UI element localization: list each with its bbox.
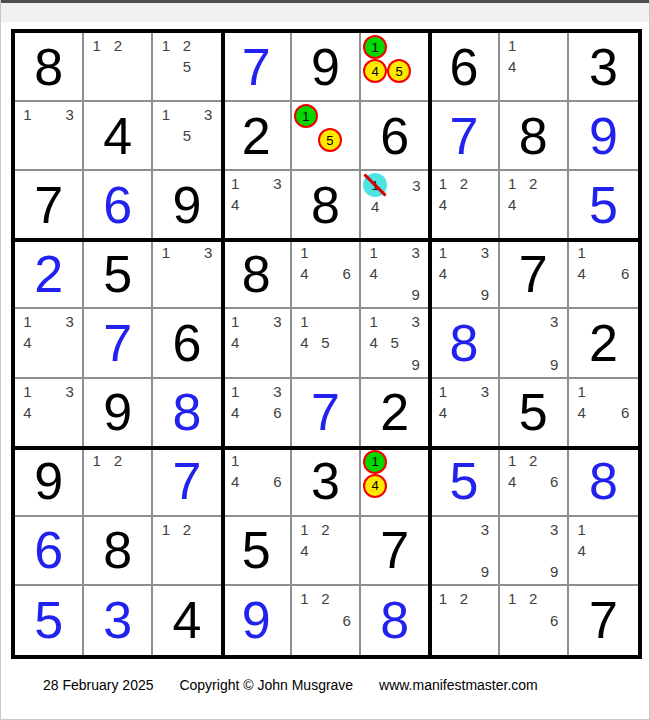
candidate-5: 5 <box>321 335 329 350</box>
candidate-4: 4 <box>439 197 447 212</box>
pencil-marks: 13459 <box>363 311 426 374</box>
solved-digit: 5 <box>34 594 63 646</box>
candidate-4: 4 <box>577 266 585 281</box>
candidate-1: 1 <box>93 453 101 468</box>
candidate-1: 1 <box>369 245 377 260</box>
sudoku-board: 8121257914561431341352156789769134813412… <box>11 29 642 659</box>
cell-r2c1[interactable]: 13 <box>15 102 84 171</box>
candidate-5: 5 <box>183 59 191 74</box>
candidate-1: 1 <box>300 522 308 537</box>
cell-r9c3[interactable]: 4 <box>153 586 222 655</box>
cell-r5c3[interactable]: 6 <box>153 309 222 378</box>
pencil-marks: 39 <box>502 519 565 582</box>
pencil-marks: 134 <box>225 311 288 374</box>
cell-r8c8[interactable]: 39 <box>500 517 569 586</box>
cell-r9c9[interactable]: 7 <box>569 586 638 655</box>
candidate-2: 2 <box>529 176 537 191</box>
candidate-9: 9 <box>550 564 558 579</box>
cell-r2c7[interactable]: 7 <box>430 102 499 171</box>
candidate-1: 1 <box>93 38 101 53</box>
pencil-marks: 15 <box>294 104 357 167</box>
cell-r5c1[interactable]: 134 <box>15 309 84 378</box>
candidate-3: 3 <box>273 314 281 329</box>
candidate-4: 4 <box>300 335 308 350</box>
candidate-3: 3 <box>550 522 558 537</box>
candidate-2: 2 <box>183 38 191 53</box>
given-digit: 6 <box>380 110 409 162</box>
cell-r7c3[interactable]: 7 <box>153 448 222 517</box>
cell-r1c1[interactable]: 8 <box>15 33 84 102</box>
candidate-4: 4 <box>23 405 31 420</box>
cell-r8c3[interactable]: 12 <box>153 517 222 586</box>
candidate-9: 9 <box>412 287 420 302</box>
cell-r6c8[interactable]: 5 <box>500 379 569 448</box>
candidate-2: 2 <box>460 176 468 191</box>
cell-r1c2[interactable]: 12 <box>84 33 153 102</box>
candidate-2: 2 <box>114 38 122 53</box>
solved-digit: 8 <box>173 386 202 438</box>
cell-r4c1[interactable]: 2 <box>15 240 84 309</box>
cell-r7c8[interactable]: 1246 <box>500 448 569 517</box>
elimination-slash-icon <box>363 174 386 197</box>
pencil-marks: 124 <box>502 173 565 236</box>
given-digit: 4 <box>103 110 132 162</box>
cell-r9c4[interactable]: 9 <box>223 586 292 655</box>
candidate-9: 9 <box>481 287 489 302</box>
given-digit: 8 <box>311 179 340 231</box>
cell-r8c5[interactable]: 124 <box>292 517 361 586</box>
cell-r6c9[interactable]: 146 <box>569 379 638 448</box>
solved-digit: 9 <box>589 110 618 162</box>
cell-r3c2[interactable]: 6 <box>84 171 153 240</box>
given-digit: 6 <box>173 317 202 369</box>
candidate-1: 1 <box>508 176 516 191</box>
cell-r9c7[interactable]: 12 <box>430 586 499 655</box>
pencil-marks: 13 <box>155 242 218 305</box>
given-digit: 3 <box>589 41 618 93</box>
solved-digit: 3 <box>103 594 132 646</box>
cell-r6c4[interactable]: 1346 <box>223 379 292 448</box>
candidate-1: 1 <box>577 384 585 399</box>
candidate-2: 2 <box>529 453 537 468</box>
cell-r6c5[interactable]: 7 <box>292 379 361 448</box>
candidate-9: 9 <box>412 357 420 372</box>
candidate-1: 1 <box>577 522 585 537</box>
candidate-4-yellow-circle[interactable]: 4 <box>363 59 387 83</box>
candidate-1-green-circle[interactable]: 1 <box>294 104 318 128</box>
candidate-6: 6 <box>273 405 281 420</box>
cell-r3c7[interactable]: 124 <box>430 171 499 240</box>
pencil-marks: 126 <box>294 588 357 653</box>
given-digit: 3 <box>311 455 340 507</box>
solved-digit: 9 <box>242 594 271 646</box>
given-digit: 4 <box>173 594 202 646</box>
pencil-marks: 1246 <box>502 450 565 513</box>
candidate-4: 4 <box>369 266 377 281</box>
cell-r7c1[interactable]: 9 <box>15 448 84 517</box>
solved-digit: 8 <box>380 594 409 646</box>
solved-digit: 7 <box>103 317 132 369</box>
candidate-4: 4 <box>231 335 239 350</box>
candidate-1: 1 <box>231 314 239 329</box>
cell-r3c9[interactable]: 5 <box>569 171 638 240</box>
given-digit: 5 <box>103 248 132 300</box>
pencil-marks: 39 <box>502 311 565 374</box>
candidate-3: 3 <box>481 245 489 260</box>
candidate-4: 4 <box>439 266 447 281</box>
candidate-3: 3 <box>66 314 74 329</box>
candidate-2: 2 <box>114 453 122 468</box>
candidate-3: 3 <box>204 107 212 122</box>
given-digit: 7 <box>34 179 63 231</box>
cell-r8c6[interactable]: 7 <box>361 517 430 586</box>
cell-r1c7[interactable]: 6 <box>430 33 499 102</box>
candidate-4-yellow-circle[interactable]: 4 <box>363 474 387 498</box>
pencil-marks: 146 <box>294 242 357 305</box>
candidate-6: 6 <box>621 266 629 281</box>
cell-r3c3[interactable]: 9 <box>153 171 222 240</box>
footer: 28 February 2025 Copyright © John Musgra… <box>43 677 560 693</box>
cell-r1c5[interactable]: 9 <box>292 33 361 102</box>
candidate-6: 6 <box>550 474 558 489</box>
solved-digit: 8 <box>449 317 478 369</box>
cell-r4c4[interactable]: 8 <box>223 240 292 309</box>
candidate-2: 2 <box>183 522 191 537</box>
solved-digit: 7 <box>311 386 340 438</box>
cell-r2c4[interactable]: 2 <box>223 102 292 171</box>
solved-digit: 6 <box>34 524 63 576</box>
candidate-1-cyan-eliminated[interactable]: 1 <box>363 173 387 197</box>
pencil-marks: 134 <box>432 381 495 444</box>
cell-r3c1[interactable]: 7 <box>15 171 84 240</box>
cell-r5c2[interactable]: 7 <box>84 309 153 378</box>
candidate-1-green-circle[interactable]: 1 <box>363 35 387 59</box>
pencil-marks: 12 <box>86 35 149 98</box>
cell-r7c9[interactable]: 8 <box>569 448 638 517</box>
cell-r5c5[interactable]: 145 <box>292 309 361 378</box>
candidate-1: 1 <box>23 314 31 329</box>
solved-digit: 8 <box>589 455 618 507</box>
pencil-marks: 12 <box>432 588 495 653</box>
given-digit: 9 <box>311 41 340 93</box>
cell-r8c7[interactable]: 39 <box>430 517 499 586</box>
candidate-1: 1 <box>231 384 239 399</box>
cell-r1c6[interactable]: 145 <box>361 33 430 102</box>
pencil-marks: 124 <box>432 173 495 236</box>
cell-r1c9[interactable]: 3 <box>569 33 638 102</box>
candidate-3: 3 <box>550 314 558 329</box>
given-digit: 9 <box>173 179 202 231</box>
cell-r9c8[interactable]: 126 <box>500 586 569 655</box>
candidate-1: 1 <box>439 245 447 260</box>
cell-r8c2[interactable]: 8 <box>84 517 153 586</box>
candidate-3: 3 <box>204 245 212 260</box>
cell-r8c9[interactable]: 14 <box>569 517 638 586</box>
solved-digit: 2 <box>34 248 63 300</box>
pencil-marks: 14 <box>502 35 565 98</box>
candidate-4: 4 <box>508 59 516 74</box>
candidate-1: 1 <box>300 314 308 329</box>
candidate-3: 3 <box>66 384 74 399</box>
candidate-3: 3 <box>412 314 420 329</box>
candidate-1: 1 <box>439 384 447 399</box>
candidate-2: 2 <box>529 591 537 606</box>
cell-r1c8[interactable]: 14 <box>500 33 569 102</box>
pencil-marks: 14 <box>363 450 426 513</box>
candidate-4: 4 <box>231 405 239 420</box>
candidate-1: 1 <box>369 314 377 329</box>
candidate-3: 3 <box>481 522 489 537</box>
candidate-2: 2 <box>321 591 329 606</box>
cell-r2c8[interactable]: 8 <box>500 102 569 171</box>
given-digit: 9 <box>34 455 63 507</box>
cell-r7c7[interactable]: 5 <box>430 448 499 517</box>
cell-r8c4[interactable]: 5 <box>223 517 292 586</box>
candidate-3: 3 <box>412 245 420 260</box>
cell-r7c6[interactable]: 14 <box>361 448 430 517</box>
candidate-9: 9 <box>550 357 558 372</box>
cell-r9c1[interactable]: 5 <box>15 586 84 655</box>
cell-r2c6[interactable]: 6 <box>361 102 430 171</box>
candidate-1: 1 <box>439 176 447 191</box>
candidate-3: 3 <box>481 384 489 399</box>
cell-r2c2[interactable]: 4 <box>84 102 153 171</box>
candidate-5: 5 <box>391 335 399 350</box>
candidate-3: 3 <box>273 384 281 399</box>
pencil-marks: 14 <box>571 519 636 582</box>
cell-r4c6[interactable]: 1349 <box>361 240 430 309</box>
cell-r5c7[interactable]: 8 <box>430 309 499 378</box>
candidate-3: 3 <box>412 178 420 193</box>
candidate-4: 4 <box>577 405 585 420</box>
given-digit: 7 <box>589 594 618 646</box>
pencil-marks: 135 <box>155 104 218 167</box>
cell-r5c4[interactable]: 134 <box>223 309 292 378</box>
cell-r4c7[interactable]: 1349 <box>430 240 499 309</box>
candidate-1: 1 <box>508 591 516 606</box>
pencil-marks: 134 <box>225 173 288 236</box>
candidate-1: 1 <box>162 245 170 260</box>
cell-r6c6[interactable]: 2 <box>361 379 430 448</box>
cell-r5c9[interactable]: 2 <box>569 309 638 378</box>
pencil-marks: 1349 <box>432 242 495 305</box>
cell-r5c8[interactable]: 39 <box>500 309 569 378</box>
given-digit: 8 <box>34 41 63 93</box>
cell-r8c1[interactable]: 6 <box>15 517 84 586</box>
cell-r2c5[interactable]: 15 <box>292 102 361 171</box>
pencil-marks: 125 <box>155 35 218 98</box>
candidate-4: 4 <box>439 405 447 420</box>
candidate-4: 4 <box>508 474 516 489</box>
candidate-6: 6 <box>550 613 558 628</box>
given-digit: 2 <box>380 386 409 438</box>
candidate-1: 1 <box>508 38 516 53</box>
pencil-marks: 12 <box>155 519 218 582</box>
candidate-2: 2 <box>321 522 329 537</box>
pencil-marks: 134 <box>17 311 80 374</box>
candidate-1: 1 <box>162 107 170 122</box>
given-digit: 8 <box>519 110 548 162</box>
pencil-marks: 126 <box>502 588 565 653</box>
footer-website[interactable]: www.manifestmaster.com <box>379 677 538 693</box>
given-digit: 6 <box>449 41 478 93</box>
candidate-6: 6 <box>621 405 629 420</box>
footer-copyright: Copyright © John Musgrave <box>179 677 353 693</box>
cell-r7c4[interactable]: 146 <box>223 448 292 517</box>
cell-r6c7[interactable]: 134 <box>430 379 499 448</box>
candidate-3: 3 <box>273 176 281 191</box>
cell-r6c1[interactable]: 134 <box>15 379 84 448</box>
pencil-marks: 146 <box>225 450 288 513</box>
given-digit: 5 <box>519 386 548 438</box>
cell-r1c4[interactable]: 7 <box>223 33 292 102</box>
given-digit: 2 <box>242 110 271 162</box>
cell-r4c3[interactable]: 13 <box>153 240 222 309</box>
cell-r3c4[interactable]: 134 <box>223 171 292 240</box>
cell-r2c9[interactable]: 9 <box>569 102 638 171</box>
solved-digit: 5 <box>449 455 478 507</box>
cell-r9c5[interactable]: 126 <box>292 586 361 655</box>
candidate-4: 4 <box>300 266 308 281</box>
pencil-marks: 124 <box>294 519 357 582</box>
candidate-5-yellow-circle[interactable]: 5 <box>387 59 411 83</box>
pencil-marks: 1346 <box>225 381 288 444</box>
pencil-marks: 12 <box>86 450 149 513</box>
candidate-1-green-circle[interactable]: 1 <box>363 450 387 474</box>
candidate-1: 1 <box>231 176 239 191</box>
given-digit: 2 <box>589 317 618 369</box>
cell-r7c5[interactable]: 3 <box>292 448 361 517</box>
candidate-3: 3 <box>66 107 74 122</box>
given-digit: 9 <box>103 386 132 438</box>
cell-r4c8[interactable]: 7 <box>500 240 569 309</box>
cell-r9c6[interactable]: 8 <box>361 586 430 655</box>
cell-r6c3[interactable]: 8 <box>153 379 222 448</box>
candidate-1: 1 <box>162 522 170 537</box>
candidate-9: 9 <box>481 564 489 579</box>
candidate-4: 4 <box>231 474 239 489</box>
candidate-4: 4 <box>300 543 308 558</box>
given-digit: 7 <box>519 248 548 300</box>
candidate-1: 1 <box>162 38 170 53</box>
candidate-6: 6 <box>273 474 281 489</box>
cell-r4c2[interactable]: 5 <box>84 240 153 309</box>
cell-r5c6[interactable]: 13459 <box>361 309 430 378</box>
solved-digit: 6 <box>103 179 132 231</box>
cell-r3c8[interactable]: 124 <box>500 171 569 240</box>
candidate-1: 1 <box>231 453 239 468</box>
candidate-4: 4 <box>231 197 239 212</box>
title-bar <box>1 0 649 22</box>
candidate-4: 4 <box>371 199 379 214</box>
solved-digit: 7 <box>242 41 271 93</box>
given-digit: 8 <box>242 248 271 300</box>
candidate-4: 4 <box>23 335 31 350</box>
given-digit: 8 <box>103 524 132 576</box>
cell-r7c2[interactable]: 12 <box>84 448 153 517</box>
candidate-1: 1 <box>23 107 31 122</box>
solved-digit: 7 <box>449 110 478 162</box>
candidate-1: 1 <box>300 591 308 606</box>
given-digit: 7 <box>380 524 409 576</box>
pencil-marks: 13 <box>17 104 80 167</box>
cell-r3c6[interactable]: 134 <box>361 171 430 240</box>
solved-digit: 7 <box>173 455 202 507</box>
pencil-marks: 145 <box>294 311 357 374</box>
pencil-marks: 146 <box>571 242 636 305</box>
given-digit: 5 <box>242 524 271 576</box>
candidate-1: 1 <box>300 245 308 260</box>
solved-digit: 5 <box>589 179 618 231</box>
cell-r2c3[interactable]: 135 <box>153 102 222 171</box>
footer-date: 28 February 2025 <box>43 677 154 693</box>
candidate-5: 5 <box>183 128 191 143</box>
cell-r4c9[interactable]: 146 <box>569 240 638 309</box>
pencil-marks: 145 <box>363 35 426 98</box>
candidate-6: 6 <box>342 613 350 628</box>
candidate-4: 4 <box>508 197 516 212</box>
pencil-marks: 39 <box>432 519 495 582</box>
pencil-marks: 134 <box>363 173 426 236</box>
candidate-1: 1 <box>439 591 447 606</box>
cell-r6c2[interactable]: 9 <box>84 379 153 448</box>
candidate-2: 2 <box>460 591 468 606</box>
pencil-marks: 146 <box>571 381 636 444</box>
pencil-marks: 134 <box>17 381 80 444</box>
cell-r4c5[interactable]: 146 <box>292 240 361 309</box>
pencil-marks: 1349 <box>363 242 426 305</box>
candidate-5-yellow-circle[interactable]: 5 <box>318 128 342 152</box>
candidate-1: 1 <box>23 384 31 399</box>
candidate-4: 4 <box>369 335 377 350</box>
candidate-6: 6 <box>342 266 350 281</box>
candidate-4: 4 <box>577 543 585 558</box>
cell-r9c2[interactable]: 3 <box>84 586 153 655</box>
candidate-1: 1 <box>577 245 585 260</box>
cell-r1c3[interactable]: 125 <box>153 33 222 102</box>
cell-r3c5[interactable]: 8 <box>292 171 361 240</box>
candidate-1: 1 <box>508 453 516 468</box>
